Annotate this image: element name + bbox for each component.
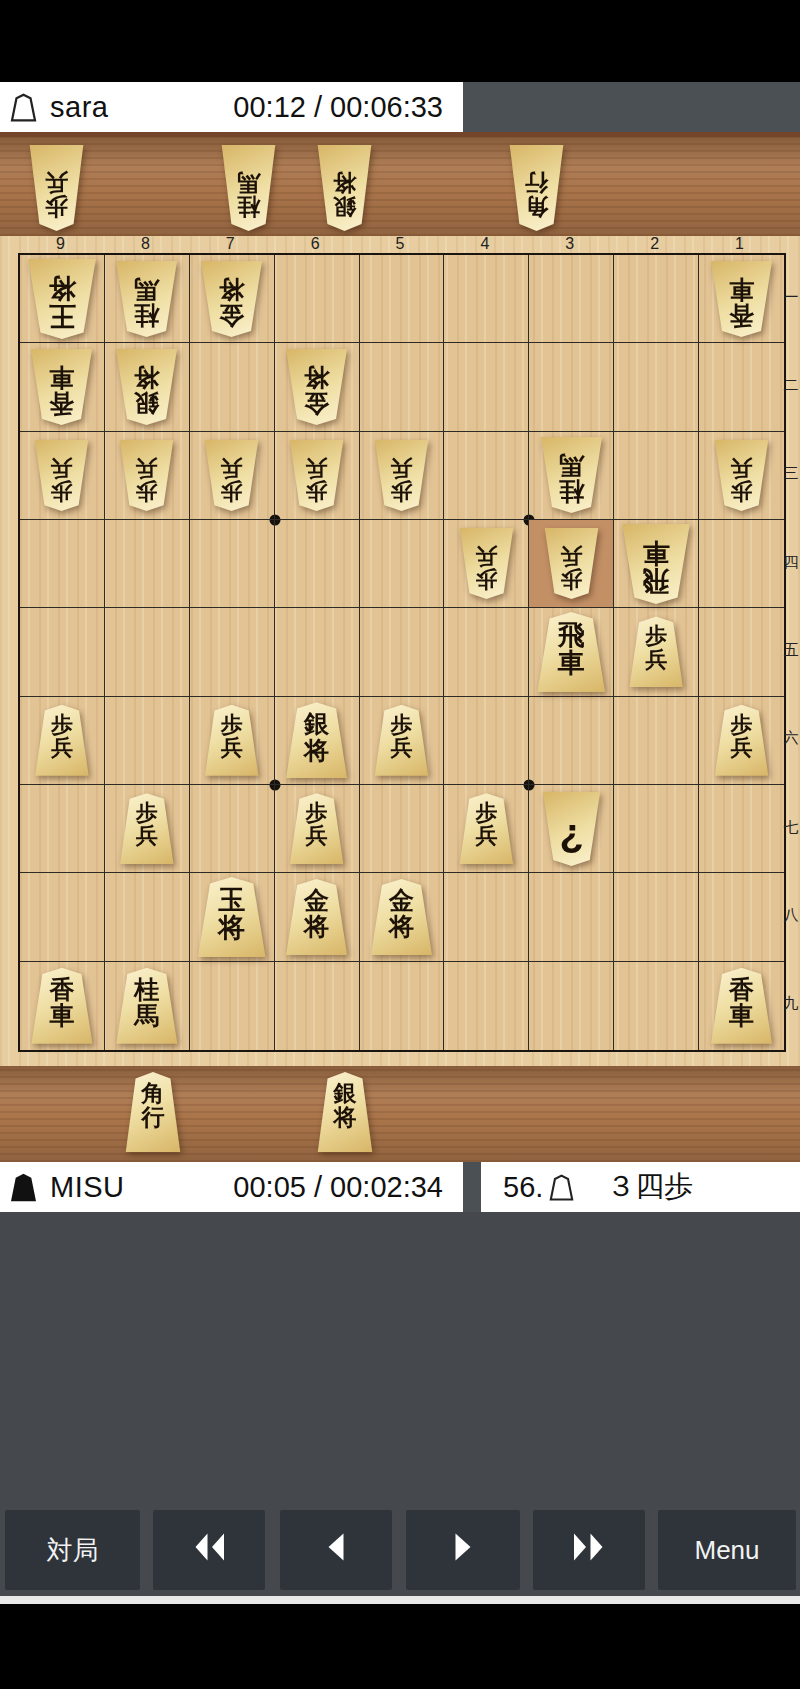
square-5一[interactable] xyxy=(360,255,445,343)
sente-player-clock: 00:05 / 00:02:34 xyxy=(233,1171,443,1204)
square-4三[interactable] xyxy=(444,432,529,520)
square-2六[interactable] xyxy=(614,697,699,785)
square-3二[interactable] xyxy=(529,343,614,431)
file-label-6: 6 xyxy=(273,235,358,253)
rank-label-三: 三 xyxy=(782,430,800,518)
gote-captured-tray: 歩兵桂馬銀将角行 xyxy=(0,132,800,236)
move-side-koma-outline-icon xyxy=(549,1174,574,1201)
shogi-board: 王将桂馬金将香車香車銀将金将歩兵歩兵歩兵歩兵歩兵桂馬歩兵歩兵歩兵飛車飛車歩兵歩兵… xyxy=(18,253,786,1052)
shogi-piece-金将-gote: 金将 xyxy=(199,261,264,337)
square-9三[interactable]: 歩兵 xyxy=(20,432,105,520)
square-7一[interactable]: 金将 xyxy=(190,255,275,343)
square-1四[interactable] xyxy=(699,520,784,608)
shogi-piece-香車-sente: 香車 xyxy=(709,968,774,1044)
square-2七[interactable] xyxy=(614,785,699,873)
shogi-piece-桂馬-sente: 桂馬 xyxy=(114,968,179,1044)
play-game-button[interactable]: 対局 xyxy=(5,1510,140,1590)
square-8二[interactable]: 銀将 xyxy=(105,343,190,431)
rank-label-九: 九 xyxy=(782,960,800,1048)
square-4九[interactable] xyxy=(444,962,529,1050)
square-4八[interactable] xyxy=(444,873,529,961)
square-4七[interactable]: 歩兵 xyxy=(444,785,529,873)
square-2九[interactable] xyxy=(614,962,699,1050)
fast-forward-icon xyxy=(567,1529,611,1572)
gote-koma-outline-icon xyxy=(10,93,37,122)
square-6三[interactable]: 歩兵 xyxy=(275,432,360,520)
square-3七[interactable]: ? xyxy=(529,785,614,873)
rank-label-八: 八 xyxy=(782,871,800,959)
square-6九[interactable] xyxy=(275,962,360,1050)
shogi-piece-香車-gote: 香車 xyxy=(29,349,94,425)
shogi-piece-歩兵-sente: 歩兵 xyxy=(118,793,175,864)
rank-label-一: 一 xyxy=(782,253,800,341)
square-1五[interactable] xyxy=(699,608,784,696)
square-2八[interactable] xyxy=(614,873,699,961)
replay-panel: 対局 Menu xyxy=(0,1212,800,1596)
shogi-piece-unknown-gote: ? xyxy=(541,792,602,866)
square-1一[interactable]: 香車 xyxy=(699,255,784,343)
shogi-piece-歩兵-gote: 歩兵 xyxy=(33,440,90,511)
square-7四[interactable] xyxy=(190,520,275,608)
square-8九[interactable]: 桂馬 xyxy=(105,962,190,1050)
square-4六[interactable] xyxy=(444,697,529,785)
move-indicator: 56. ３四歩 xyxy=(481,1162,800,1212)
rank-label-四: 四 xyxy=(782,518,800,606)
square-1七[interactable] xyxy=(699,785,784,873)
menu-label: Menu xyxy=(694,1535,759,1566)
square-6一[interactable] xyxy=(275,255,360,343)
square-7九[interactable] xyxy=(190,962,275,1050)
shogi-piece-桂馬-gote: 桂馬 xyxy=(539,437,604,513)
square-1六[interactable]: 歩兵 xyxy=(699,697,784,785)
step-forward-icon xyxy=(445,1529,481,1572)
square-9二[interactable]: 香車 xyxy=(20,343,105,431)
file-label-1: 1 xyxy=(697,235,782,253)
square-7三[interactable]: 歩兵 xyxy=(190,432,275,520)
shogi-piece-歩兵-sente: 歩兵 xyxy=(203,705,260,776)
move-text: ３四歩 xyxy=(606,1167,693,1207)
square-7五[interactable] xyxy=(190,608,275,696)
status-bar xyxy=(0,0,800,82)
square-8五[interactable] xyxy=(105,608,190,696)
square-3九[interactable] xyxy=(529,962,614,1050)
shogi-piece-歩兵-gote: 歩兵 xyxy=(373,440,430,511)
file-label-2: 2 xyxy=(612,235,697,253)
shogi-piece-銀将-gote[interactable]: 銀将 xyxy=(316,145,373,231)
play-game-label: 対局 xyxy=(47,1533,99,1568)
app-screen: sara 00:12 / 00:06:33 歩兵桂馬銀将角行 987654321… xyxy=(0,0,800,1689)
square-6五[interactable] xyxy=(275,608,360,696)
rewind-button[interactable] xyxy=(153,1510,265,1590)
square-9七[interactable] xyxy=(20,785,105,873)
shogi-piece-歩兵-sente: 歩兵 xyxy=(458,793,515,864)
move-number: 56. xyxy=(503,1171,543,1204)
rewind-icon xyxy=(187,1529,231,1572)
shogi-piece-歩兵-gote: 歩兵 xyxy=(713,440,770,511)
square-9六[interactable]: 歩兵 xyxy=(20,697,105,785)
square-7六[interactable]: 歩兵 xyxy=(190,697,275,785)
shogi-piece-金将-sente: 金将 xyxy=(284,879,349,955)
square-2四[interactable]: 飛車 xyxy=(614,520,699,608)
square-1三[interactable]: 歩兵 xyxy=(699,432,784,520)
file-label-8: 8 xyxy=(103,235,188,253)
square-4二[interactable] xyxy=(444,343,529,431)
shogi-piece-金将-gote: 金将 xyxy=(284,349,349,425)
step-back-icon xyxy=(318,1529,354,1572)
shogi-piece-歩兵-gote: 歩兵 xyxy=(543,528,600,599)
square-9四[interactable] xyxy=(20,520,105,608)
square-2五[interactable]: 歩兵 xyxy=(614,608,699,696)
shogi-piece-桂馬-gote: 桂馬 xyxy=(114,261,179,337)
file-label-4: 4 xyxy=(442,235,527,253)
fast-forward-button[interactable] xyxy=(533,1510,645,1590)
square-1二[interactable] xyxy=(699,343,784,431)
step-forward-button[interactable] xyxy=(406,1510,520,1590)
square-9九[interactable]: 香車 xyxy=(20,962,105,1050)
sente-player-name: MISU xyxy=(50,1171,125,1204)
file-label-3: 3 xyxy=(527,235,612,253)
file-label-7: 7 xyxy=(188,235,273,253)
square-3八[interactable] xyxy=(529,873,614,961)
file-label-5: 5 xyxy=(358,235,443,253)
square-9五[interactable] xyxy=(20,608,105,696)
rank-labels: 一二三四五六七八九 xyxy=(782,253,800,1048)
square-2一[interactable] xyxy=(614,255,699,343)
square-3六[interactable] xyxy=(529,697,614,785)
sente-player-section: MISU 00:05 / 00:02:34 xyxy=(0,1162,463,1212)
square-5八[interactable]: 金将 xyxy=(360,873,445,961)
square-6二[interactable]: 金将 xyxy=(275,343,360,431)
navigation-bar-area xyxy=(0,1604,800,1689)
square-4一[interactable] xyxy=(444,255,529,343)
rank-label-六: 六 xyxy=(782,695,800,783)
shogi-piece-王将-gote: 王将 xyxy=(26,259,98,339)
panel-divider xyxy=(0,1596,800,1604)
shogi-piece-銀将-gote: 銀将 xyxy=(114,349,179,425)
square-4五[interactable] xyxy=(444,608,529,696)
square-7二[interactable] xyxy=(190,343,275,431)
sente-koma-filled-icon xyxy=(10,1173,37,1202)
square-8八[interactable] xyxy=(105,873,190,961)
square-5九[interactable] xyxy=(360,962,445,1050)
square-2三[interactable] xyxy=(614,432,699,520)
square-6四[interactable] xyxy=(275,520,360,608)
square-5五[interactable] xyxy=(360,608,445,696)
file-label-9: 9 xyxy=(18,235,103,253)
square-3三[interactable]: 桂馬 xyxy=(529,432,614,520)
square-7八[interactable]: 玉将 xyxy=(190,873,275,961)
square-8三[interactable]: 歩兵 xyxy=(105,432,190,520)
shogi-piece-歩兵-sente: 歩兵 xyxy=(288,793,345,864)
gote-player-clock: 00:12 / 00:06:33 xyxy=(233,91,443,124)
step-back-button[interactable] xyxy=(280,1510,392,1590)
shogi-piece-歩兵-gote: 歩兵 xyxy=(288,440,345,511)
board-zone: 987654321 王将桂馬金将香車香車銀将金将歩兵歩兵歩兵歩兵歩兵桂馬歩兵歩兵… xyxy=(0,236,800,1066)
gote-player-section: sara 00:12 / 00:06:33 xyxy=(0,82,463,132)
square-8七[interactable]: 歩兵 xyxy=(105,785,190,873)
sente-captured-tray: 角行銀将 xyxy=(0,1066,800,1162)
square-3四[interactable]: 歩兵 xyxy=(529,520,614,608)
square-6八[interactable]: 金将 xyxy=(275,873,360,961)
square-9一[interactable]: 王将 xyxy=(20,255,105,343)
shogi-piece-歩兵-sente: 歩兵 xyxy=(713,705,770,776)
shogi-piece-歩兵-gote: 歩兵 xyxy=(458,528,515,599)
square-3五[interactable]: 飛車 xyxy=(529,608,614,696)
sente-player-bar: MISU 00:05 / 00:02:34 56. ３四歩 xyxy=(0,1162,800,1212)
gote-player-name: sara xyxy=(50,91,108,124)
square-5七[interactable] xyxy=(360,785,445,873)
shogi-piece-飛車-sente: 飛車 xyxy=(535,612,607,692)
square-3一[interactable] xyxy=(529,255,614,343)
square-6六[interactable]: 銀将 xyxy=(275,697,360,785)
square-4四[interactable]: 歩兵 xyxy=(444,520,529,608)
square-9八[interactable] xyxy=(20,873,105,961)
gote-player-bar: sara 00:12 / 00:06:33 xyxy=(0,82,800,132)
shogi-piece-香車-sente: 香車 xyxy=(29,968,94,1044)
shogi-piece-香車-gote: 香車 xyxy=(709,261,774,337)
square-8六[interactable] xyxy=(105,697,190,785)
shogi-piece-歩兵-gote: 歩兵 xyxy=(203,440,260,511)
shogi-piece-角行-sente[interactable]: 角行 xyxy=(124,1072,182,1152)
square-5四[interactable] xyxy=(360,520,445,608)
shogi-piece-銀将-sente: 銀将 xyxy=(284,702,349,778)
rank-label-七: 七 xyxy=(782,783,800,871)
shogi-piece-飛車-gote: 飛車 xyxy=(620,524,692,604)
shogi-piece-角行-gote[interactable]: 角行 xyxy=(508,145,565,231)
shogi-piece-玉将-sente: 玉将 xyxy=(196,877,268,957)
shogi-piece-歩兵-sente: 歩兵 xyxy=(33,705,90,776)
square-2二[interactable] xyxy=(614,343,699,431)
menu-button[interactable]: Menu xyxy=(658,1510,796,1590)
file-labels: 987654321 xyxy=(18,235,782,253)
square-1九[interactable]: 香車 xyxy=(699,962,784,1050)
rank-label-二: 二 xyxy=(782,341,800,429)
square-5三[interactable]: 歩兵 xyxy=(360,432,445,520)
shogi-piece-金将-sente: 金将 xyxy=(369,879,434,955)
shogi-piece-銀将-sente[interactable]: 銀将 xyxy=(316,1072,374,1152)
square-5二[interactable] xyxy=(360,343,445,431)
square-8四[interactable] xyxy=(105,520,190,608)
square-8一[interactable]: 桂馬 xyxy=(105,255,190,343)
shogi-piece-歩兵-gote[interactable]: 歩兵 xyxy=(28,145,85,231)
rank-label-五: 五 xyxy=(782,606,800,694)
shogi-piece-桂馬-gote[interactable]: 桂馬 xyxy=(220,145,277,231)
shogi-piece-歩兵-sente: 歩兵 xyxy=(628,616,685,687)
shogi-piece-歩兵-sente: 歩兵 xyxy=(373,705,430,776)
shogi-piece-歩兵-gote: 歩兵 xyxy=(118,440,175,511)
square-1八[interactable] xyxy=(699,873,784,961)
square-7七[interactable] xyxy=(190,785,275,873)
square-5六[interactable]: 歩兵 xyxy=(360,697,445,785)
square-6七[interactable]: 歩兵 xyxy=(275,785,360,873)
